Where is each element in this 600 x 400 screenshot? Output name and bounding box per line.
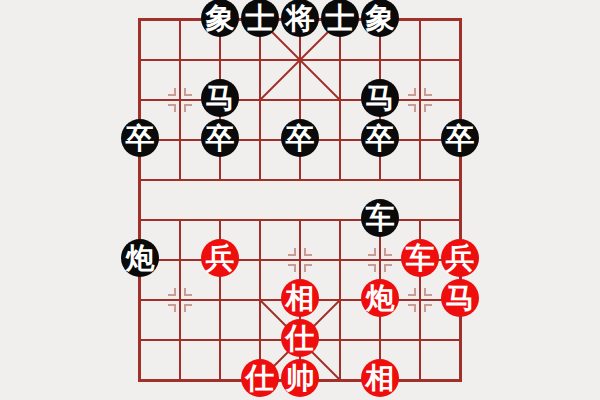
piece-red-soldier[interactable]: 兵 xyxy=(441,239,479,277)
piece-black-chariot[interactable]: 车 xyxy=(361,199,399,237)
point-marker xyxy=(408,304,416,312)
point-marker xyxy=(184,288,192,296)
piece-red-soldier[interactable]: 兵 xyxy=(201,239,239,277)
xiangqi-app-screen: 象士将士象马马卒卒卒卒卒车炮兵车兵相炮马仕仕帅相 xyxy=(0,0,600,400)
piece-red-chariot[interactable]: 车 xyxy=(401,239,439,277)
piece-black-soldier[interactable]: 卒 xyxy=(201,119,239,157)
point-marker xyxy=(424,288,432,296)
piece-black-horse[interactable]: 马 xyxy=(361,79,399,117)
piece-red-advisor[interactable]: 仕 xyxy=(241,359,279,397)
piece-black-advisor[interactable]: 士 xyxy=(321,0,359,37)
point-marker xyxy=(424,304,432,312)
grid-line xyxy=(339,20,341,180)
piece-black-cannon[interactable]: 炮 xyxy=(121,239,159,277)
point-marker xyxy=(168,304,176,312)
point-marker xyxy=(168,104,176,112)
xiangqi-board[interactable]: 象士将士象马马卒卒卒卒卒车炮兵车兵相炮马仕仕帅相 xyxy=(0,0,600,400)
grid-line xyxy=(419,20,421,180)
grid-line xyxy=(179,20,181,180)
piece-black-general[interactable]: 将 xyxy=(281,0,319,37)
piece-red-horse[interactable]: 马 xyxy=(441,279,479,317)
piece-black-soldier[interactable]: 卒 xyxy=(441,119,479,157)
point-marker xyxy=(384,248,392,256)
point-marker xyxy=(368,248,376,256)
point-marker xyxy=(168,288,176,296)
point-marker xyxy=(184,304,192,312)
point-marker xyxy=(288,248,296,256)
point-marker xyxy=(408,104,416,112)
piece-red-general[interactable]: 帅 xyxy=(281,359,319,397)
point-marker xyxy=(384,264,392,272)
point-marker xyxy=(184,104,192,112)
piece-red-elephant[interactable]: 相 xyxy=(281,279,319,317)
piece-black-advisor[interactable]: 士 xyxy=(241,0,279,37)
grid-line xyxy=(259,220,261,380)
point-marker xyxy=(304,248,312,256)
point-marker xyxy=(424,88,432,96)
grid-line xyxy=(339,220,341,380)
piece-red-elephant[interactable]: 相 xyxy=(361,359,399,397)
point-marker xyxy=(368,264,376,272)
point-marker xyxy=(184,88,192,96)
piece-red-advisor[interactable]: 仕 xyxy=(281,319,319,357)
point-marker xyxy=(168,88,176,96)
point-marker xyxy=(424,104,432,112)
point-marker xyxy=(408,88,416,96)
piece-black-soldier[interactable]: 卒 xyxy=(361,119,399,157)
piece-black-soldier[interactable]: 卒 xyxy=(121,119,159,157)
grid-line xyxy=(179,220,181,380)
piece-black-soldier[interactable]: 卒 xyxy=(281,119,319,157)
point-marker xyxy=(288,264,296,272)
grid-line xyxy=(259,20,261,180)
piece-black-elephant[interactable]: 象 xyxy=(361,0,399,37)
point-marker xyxy=(304,264,312,272)
piece-black-elephant[interactable]: 象 xyxy=(201,0,239,37)
piece-red-cannon[interactable]: 炮 xyxy=(361,279,399,317)
piece-black-horse[interactable]: 马 xyxy=(201,79,239,117)
point-marker xyxy=(408,288,416,296)
